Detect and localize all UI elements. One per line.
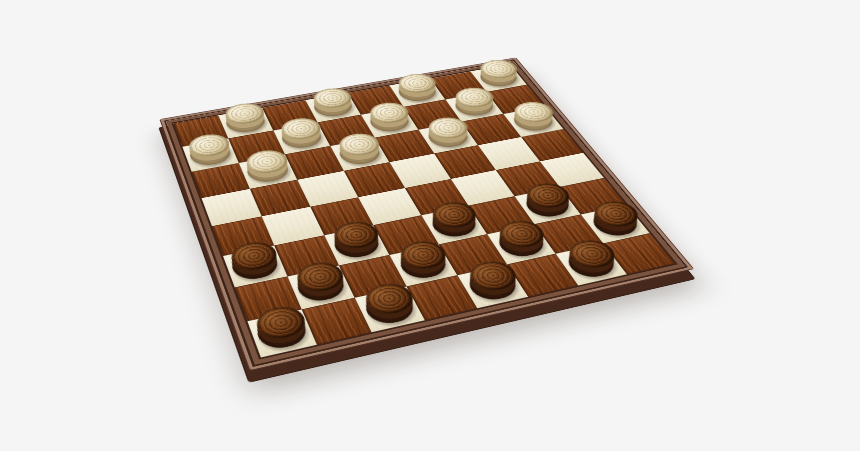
square-r4c1[interactable] <box>201 189 261 226</box>
checker-piece-dark[interactable] <box>561 247 621 282</box>
square-r3c2[interactable] <box>239 154 298 188</box>
checker-piece-dark[interactable] <box>427 209 482 241</box>
perspective-scene <box>0 0 860 451</box>
frame-dark-groove <box>164 60 689 367</box>
checker-piece-dark[interactable] <box>463 268 522 305</box>
photo-stage <box>0 0 860 451</box>
checker-piece-dark[interactable] <box>228 249 282 284</box>
checker-piece-dark[interactable] <box>493 227 550 261</box>
checkers-board <box>160 58 692 370</box>
checker-piece-dark[interactable] <box>253 313 311 353</box>
board-grid <box>174 64 675 357</box>
square-r3c1[interactable] <box>192 163 250 198</box>
checker-piece-dark[interactable] <box>360 290 419 328</box>
frame-outer-molding <box>160 58 692 370</box>
frame-inner-molding <box>166 61 685 365</box>
square-r8c1[interactable] <box>247 309 316 357</box>
